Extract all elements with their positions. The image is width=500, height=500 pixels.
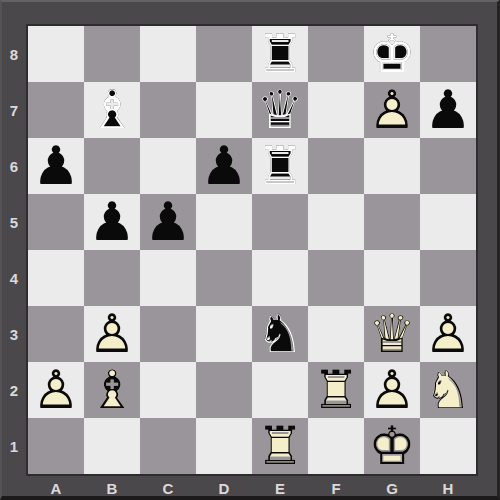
square-a7[interactable] (28, 82, 84, 138)
piece-glyph-outline: ♕ (364, 306, 420, 362)
piece-white-pawn[interactable]: ♟♙ (84, 306, 140, 362)
square-d3[interactable] (196, 306, 252, 362)
rank-label-5: 5 (2, 194, 26, 250)
square-d8[interactable] (196, 26, 252, 82)
square-g4[interactable] (364, 250, 420, 306)
square-g8[interactable]: ♚♔ (364, 26, 420, 82)
square-f6[interactable] (308, 138, 364, 194)
square-c8[interactable] (140, 26, 196, 82)
square-f2[interactable]: ♜♖ (308, 362, 364, 418)
rank-label-3: 3 (2, 306, 26, 362)
square-e4[interactable] (252, 250, 308, 306)
square-f3[interactable] (308, 306, 364, 362)
piece-black-queen[interactable]: ♛♕ (252, 82, 308, 138)
piece-black-rook[interactable]: ♜♖ (252, 26, 308, 82)
piece-glyph-detail: ♖ (252, 26, 308, 82)
square-h5[interactable] (420, 194, 476, 250)
square-f8[interactable] (308, 26, 364, 82)
piece-glyph-outline: ♖ (252, 418, 308, 474)
chess-board: ♜♖♚♔♝♗♛♕♟♙♟♟♟♜♖♟♟♟♙♞♘♛♕♟♙♟♙♝♗♜♖♟♙♞♘♜♖♚♔ (26, 24, 478, 476)
square-e6[interactable]: ♜♖ (252, 138, 308, 194)
rank-label-8: 8 (2, 26, 26, 82)
square-e3[interactable]: ♞♘ (252, 306, 308, 362)
square-h2[interactable]: ♞♘ (420, 362, 476, 418)
square-a2[interactable]: ♟♙ (28, 362, 84, 418)
square-h3[interactable]: ♟♙ (420, 306, 476, 362)
piece-black-pawn[interactable]: ♟ (84, 194, 140, 250)
piece-white-rook[interactable]: ♜♖ (252, 418, 308, 474)
piece-black-king[interactable]: ♚♔ (364, 26, 420, 82)
piece-white-bishop[interactable]: ♝♗ (84, 362, 140, 418)
piece-black-bishop[interactable]: ♝♗ (84, 82, 140, 138)
square-f5[interactable] (308, 194, 364, 250)
square-c1[interactable] (140, 418, 196, 474)
piece-white-queen[interactable]: ♛♕ (364, 306, 420, 362)
piece-black-pawn[interactable]: ♟ (196, 138, 252, 194)
piece-black-rook[interactable]: ♜♖ (252, 138, 308, 194)
square-h4[interactable] (420, 250, 476, 306)
rank-labels: 87654321 (2, 26, 26, 474)
piece-glyph-fill: ♟ (140, 194, 196, 250)
piece-glyph-fill: ♟ (84, 194, 140, 250)
piece-white-pawn[interactable]: ♟♙ (28, 362, 84, 418)
piece-white-pawn[interactable]: ♟♙ (420, 306, 476, 362)
piece-glyph-fill: ♟ (420, 82, 476, 138)
square-b5[interactable]: ♟ (84, 194, 140, 250)
file-label-d: D (196, 476, 252, 500)
square-d5[interactable] (196, 194, 252, 250)
piece-white-knight[interactable]: ♞♘ (420, 362, 476, 418)
square-e7[interactable]: ♛♕ (252, 82, 308, 138)
piece-glyph-outline: ♔ (364, 418, 420, 474)
board-frame: 87654321 ♜♖♚♔♝♗♛♕♟♙♟♟♟♜♖♟♟♟♙♞♘♛♕♟♙♟♙♝♗♜♖… (0, 0, 500, 500)
piece-glyph-detail: ♕ (252, 82, 308, 138)
square-f1[interactable] (308, 418, 364, 474)
square-e8[interactable]: ♜♖ (252, 26, 308, 82)
piece-glyph-detail: ♔ (364, 26, 420, 82)
rank-label-2: 2 (2, 362, 26, 418)
square-c7[interactable] (140, 82, 196, 138)
piece-glyph-detail: ♘ (252, 306, 308, 362)
square-c6[interactable] (140, 138, 196, 194)
rank-label-7: 7 (2, 82, 26, 138)
piece-black-pawn[interactable]: ♟ (420, 82, 476, 138)
square-h1[interactable] (420, 418, 476, 474)
square-g3[interactable]: ♛♕ (364, 306, 420, 362)
square-d7[interactable] (196, 82, 252, 138)
square-h7[interactable]: ♟ (420, 82, 476, 138)
square-c5[interactable]: ♟ (140, 194, 196, 250)
square-a8[interactable] (28, 26, 84, 82)
piece-glyph-outline: ♙ (364, 362, 420, 418)
square-d6[interactable]: ♟ (196, 138, 252, 194)
file-label-g: G (364, 476, 420, 500)
file-label-h: H (420, 476, 476, 500)
square-b1[interactable] (84, 418, 140, 474)
piece-glyph-outline: ♙ (28, 362, 84, 418)
file-label-e: E (252, 476, 308, 500)
square-g5[interactable] (364, 194, 420, 250)
square-g2[interactable]: ♟♙ (364, 362, 420, 418)
piece-black-pawn[interactable]: ♟ (140, 194, 196, 250)
square-a4[interactable] (28, 250, 84, 306)
piece-glyph-outline: ♖ (308, 362, 364, 418)
file-label-a: A (28, 476, 84, 500)
square-f7[interactable] (308, 82, 364, 138)
square-b3[interactable]: ♟♙ (84, 306, 140, 362)
file-label-f: F (308, 476, 364, 500)
square-c4[interactable] (140, 250, 196, 306)
square-a3[interactable] (28, 306, 84, 362)
square-h8[interactable] (420, 26, 476, 82)
piece-white-pawn[interactable]: ♟♙ (364, 82, 420, 138)
square-b8[interactable] (84, 26, 140, 82)
square-g1[interactable]: ♚♔ (364, 418, 420, 474)
piece-glyph-outline: ♙ (364, 82, 420, 138)
rank-label-1: 1 (2, 418, 26, 474)
rank-label-4: 4 (2, 250, 26, 306)
file-label-c: C (140, 476, 196, 500)
piece-glyph-fill: ♟ (196, 138, 252, 194)
square-c2[interactable] (140, 362, 196, 418)
square-e2[interactable] (252, 362, 308, 418)
piece-glyph-outline: ♗ (84, 362, 140, 418)
piece-glyph-outline: ♘ (420, 362, 476, 418)
square-a1[interactable] (28, 418, 84, 474)
square-d4[interactable] (196, 250, 252, 306)
square-b2[interactable]: ♝♗ (84, 362, 140, 418)
piece-white-rook[interactable]: ♜♖ (308, 362, 364, 418)
square-c3[interactable] (140, 306, 196, 362)
square-d1[interactable] (196, 418, 252, 474)
square-h6[interactable] (420, 138, 476, 194)
square-e5[interactable] (252, 194, 308, 250)
rank-label-6: 6 (2, 138, 26, 194)
square-b7[interactable]: ♝♗ (84, 82, 140, 138)
square-a6[interactable]: ♟ (28, 138, 84, 194)
square-g7[interactable]: ♟♙ (364, 82, 420, 138)
file-labels: ABCDEFGH (28, 476, 476, 500)
file-label-b: B (84, 476, 140, 500)
piece-glyph-outline: ♙ (420, 306, 476, 362)
square-b6[interactable] (84, 138, 140, 194)
piece-glyph-fill: ♟ (28, 138, 84, 194)
piece-glyph-detail: ♖ (252, 138, 308, 194)
piece-black-pawn[interactable]: ♟ (28, 138, 84, 194)
square-a5[interactable] (28, 194, 84, 250)
piece-white-pawn[interactable]: ♟♙ (364, 362, 420, 418)
square-b4[interactable] (84, 250, 140, 306)
piece-glyph-outline: ♙ (84, 306, 140, 362)
piece-glyph-detail: ♗ (84, 82, 140, 138)
piece-black-knight[interactable]: ♞♘ (252, 306, 308, 362)
square-d2[interactable] (196, 362, 252, 418)
square-g6[interactable] (364, 138, 420, 194)
piece-white-king[interactable]: ♚♔ (364, 418, 420, 474)
square-f4[interactable] (308, 250, 364, 306)
square-e1[interactable]: ♜♖ (252, 418, 308, 474)
